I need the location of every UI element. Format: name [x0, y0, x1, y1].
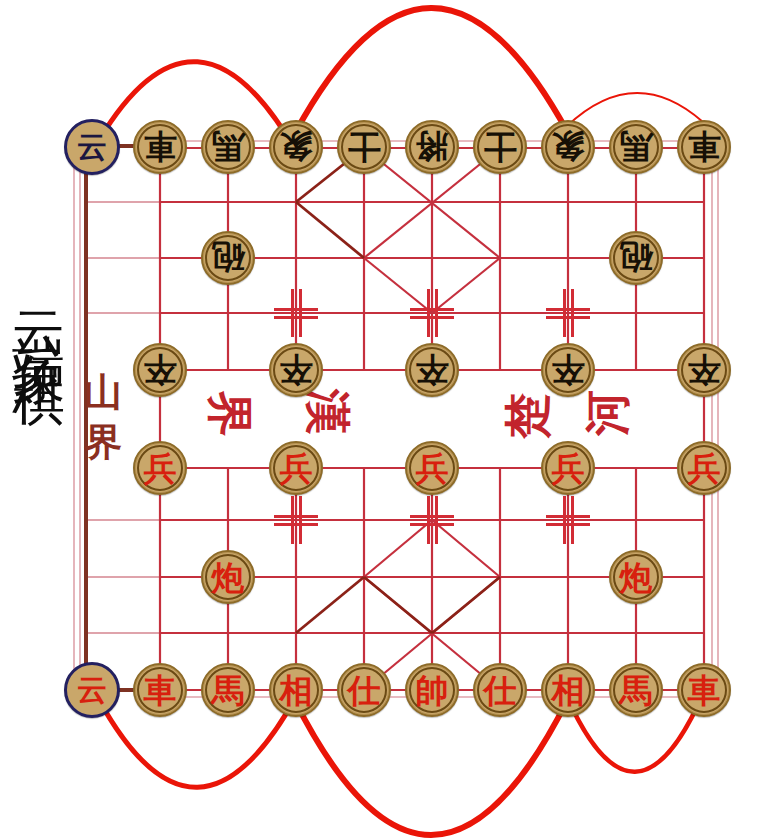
- piece-glyph: 仕: [339, 665, 389, 715]
- piece-glyph: 士: [339, 122, 389, 172]
- piece-glyph: 炮: [203, 552, 253, 602]
- cloud-logo-piece-top-left: 云: [64, 119, 120, 175]
- piece-glyph: 將: [407, 122, 457, 172]
- piece-glyph: 帥: [407, 665, 457, 715]
- piece-glyph: 馬: [203, 122, 253, 172]
- piece-red-soldier[interactable]: 兵: [541, 441, 595, 495]
- piece-glyph: 卒: [407, 345, 457, 395]
- piece-glyph: 卒: [679, 345, 729, 395]
- piece-glyph: 砲: [203, 233, 253, 283]
- piece-glyph: 車: [135, 665, 185, 715]
- piece-glyph: 砲: [611, 233, 661, 283]
- piece-red-general[interactable]: 帥: [405, 663, 459, 717]
- position-marker: [544, 496, 592, 544]
- piece-black-horse[interactable]: 馬: [201, 120, 255, 174]
- piece-glyph: 卒: [271, 345, 321, 395]
- piece-glyph: 車: [679, 122, 729, 172]
- left-label-char-jie: 界: [84, 419, 122, 464]
- position-marker: [272, 289, 320, 337]
- piece-glyph: 兵: [407, 443, 457, 493]
- piece-red-horse[interactable]: 馬: [201, 663, 255, 717]
- piece-red-chariot[interactable]: 車: [133, 663, 187, 717]
- piece-red-advisor[interactable]: 仕: [473, 663, 527, 717]
- river-char-han: 漢: [301, 388, 355, 435]
- piece-glyph: 兵: [271, 443, 321, 493]
- piece-red-soldier[interactable]: 兵: [133, 441, 187, 495]
- piece-black-elephant[interactable]: 象: [269, 120, 323, 174]
- piece-glyph: 馬: [203, 665, 253, 715]
- piece-red-elephant[interactable]: 相: [541, 663, 595, 717]
- piece-red-soldier[interactable]: 兵: [677, 441, 731, 495]
- piece-black-soldier[interactable]: 卒: [541, 343, 595, 397]
- piece-black-soldier[interactable]: 卒: [133, 343, 187, 397]
- xiangqi-board-screen: 云端象棋: [0, 0, 758, 840]
- piece-glyph: 相: [271, 665, 321, 715]
- left-margin-label: 山 界: [84, 369, 122, 464]
- piece-black-cannon[interactable]: 砲: [201, 231, 255, 285]
- piece-red-soldier[interactable]: 兵: [405, 441, 459, 495]
- piece-black-chariot[interactable]: 車: [133, 120, 187, 174]
- piece-red-chariot[interactable]: 車: [677, 663, 731, 717]
- piece-glyph: 車: [135, 122, 185, 172]
- piece-glyph: 車: [679, 665, 729, 715]
- piece-black-soldier[interactable]: 卒: [269, 343, 323, 397]
- piece-glyph: 馬: [611, 665, 661, 715]
- piece-glyph: 士: [475, 122, 525, 172]
- position-marker: [272, 496, 320, 544]
- piece-black-horse[interactable]: 馬: [609, 120, 663, 174]
- river-char-he: 河: [580, 390, 634, 437]
- piece-glyph: 兵: [679, 443, 729, 493]
- piece-red-soldier[interactable]: 兵: [269, 441, 323, 495]
- position-marker: [408, 289, 456, 337]
- piece-glyph: 仕: [475, 665, 525, 715]
- piece-black-cannon[interactable]: 砲: [609, 231, 663, 285]
- position-marker: [544, 289, 592, 337]
- piece-black-chariot[interactable]: 車: [677, 120, 731, 174]
- piece-black-soldier[interactable]: 卒: [405, 343, 459, 397]
- piece-glyph: 相: [543, 665, 593, 715]
- river-char-chu: 楚: [500, 393, 554, 440]
- cloud-logo-piece-bottom-left: 云: [64, 662, 120, 718]
- piece-black-soldier[interactable]: 卒: [677, 343, 731, 397]
- piece-black-advisor[interactable]: 士: [337, 120, 391, 174]
- piece-black-elephant[interactable]: 象: [541, 120, 595, 174]
- piece-glyph: 炮: [611, 552, 661, 602]
- app-title-vertical: 云端象棋: [4, 272, 66, 352]
- left-label-char-shan: 山: [84, 369, 122, 414]
- river-char-jie: 界: [203, 390, 257, 437]
- piece-red-advisor[interactable]: 仕: [337, 663, 391, 717]
- piece-red-horse[interactable]: 馬: [609, 663, 663, 717]
- piece-glyph: 象: [271, 122, 321, 172]
- piece-glyph: 云: [67, 122, 117, 172]
- piece-red-cannon[interactable]: 炮: [201, 550, 255, 604]
- piece-black-advisor[interactable]: 士: [473, 120, 527, 174]
- piece-glyph: 馬: [611, 122, 661, 172]
- piece-red-elephant[interactable]: 相: [269, 663, 323, 717]
- piece-glyph: 兵: [543, 443, 593, 493]
- piece-glyph: 卒: [135, 345, 185, 395]
- piece-glyph: 卒: [543, 345, 593, 395]
- piece-glyph: 象: [543, 122, 593, 172]
- piece-glyph: 云: [67, 665, 117, 715]
- position-marker: [408, 496, 456, 544]
- piece-red-cannon[interactable]: 炮: [609, 550, 663, 604]
- piece-black-general[interactable]: 將: [405, 120, 459, 174]
- piece-glyph: 兵: [135, 443, 185, 493]
